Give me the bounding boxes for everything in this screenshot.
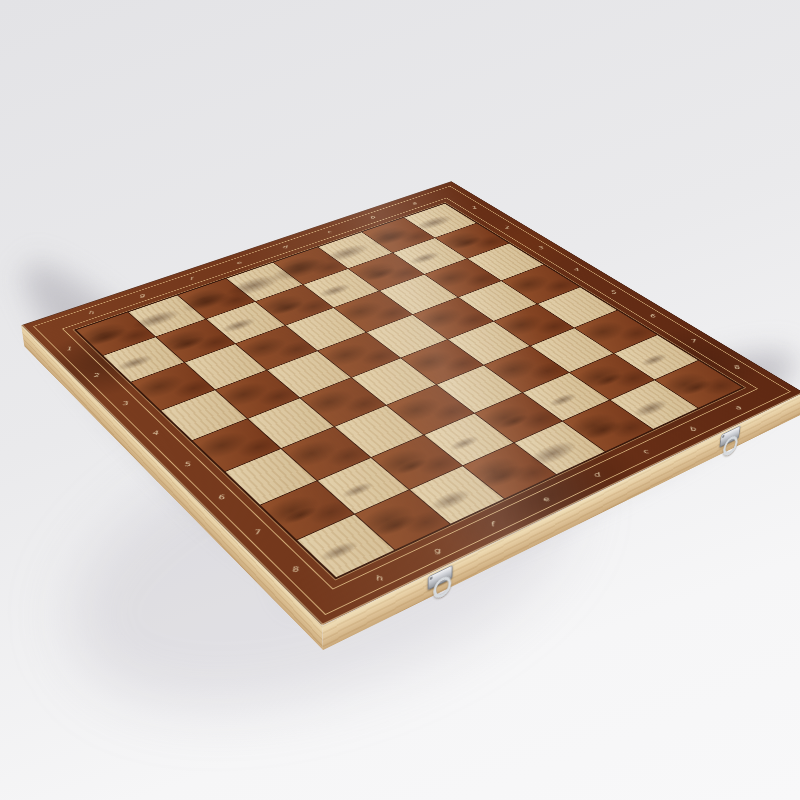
file-label: c [323, 230, 336, 235]
rank-label: 8 [287, 565, 305, 574]
photo-stage: 11hh22gg33ff44ee55dd66cc77bb88aa ♜♞♝♛♚♝♞… [0, 0, 800, 800]
file-label: d [589, 471, 606, 478]
file-label: d [279, 245, 292, 250]
file-label: e [538, 495, 555, 503]
rank-label: 6 [213, 493, 230, 501]
file-label: f [484, 520, 501, 528]
file-label: b [367, 215, 379, 219]
rank-label: 2 [500, 225, 513, 230]
file-label: g [135, 293, 150, 298]
chess-board: 11hh22gg33ff44ee55dd66cc77bb88aa ♜♞♝♛♚♝♞… [21, 181, 800, 626]
rank-label: 1 [468, 205, 480, 209]
rank-label: 2 [88, 372, 104, 378]
file-label: c [638, 448, 655, 455]
rank-label: 1 [61, 346, 77, 352]
rank-label: 7 [686, 338, 701, 344]
rank-label: 4 [147, 430, 164, 437]
rank-label: 4 [569, 267, 583, 272]
rank-label: 5 [179, 461, 196, 468]
rank-label: 3 [117, 400, 133, 407]
file-label: a [730, 404, 747, 411]
scene: 11hh22gg33ff44ee55dd66cc77bb88aa ♜♞♝♛♚♝♞… [0, 0, 800, 800]
file-label: g [429, 546, 446, 554]
rank-label: 5 [606, 290, 620, 295]
rank-label: 7 [249, 528, 266, 536]
rank-label: 8 [729, 364, 745, 370]
file-label: f [185, 276, 199, 281]
file-label: h [84, 310, 99, 315]
board-face: 11hh22gg33ff44ee55dd66cc77bb88aa [21, 181, 800, 626]
file-label: b [685, 426, 702, 433]
file-label: h [371, 574, 388, 583]
rank-label: 3 [534, 246, 547, 251]
file-label: a [409, 201, 421, 205]
file-label: e [232, 260, 246, 265]
rank-label: 6 [645, 313, 660, 319]
